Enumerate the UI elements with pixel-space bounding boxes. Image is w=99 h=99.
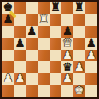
black-pawn[interactable]: ♟ [3,14,13,25]
square-g4[interactable] [73,50,85,62]
black-queen[interactable]: ♛ [62,61,72,72]
square-c1[interactable] [26,85,38,97]
square-d8[interactable] [38,2,50,14]
square-a4[interactable] [2,50,14,62]
square-d6[interactable] [38,26,50,38]
square-d1[interactable] [38,85,50,97]
square-f5[interactable]: ♛ [61,38,73,50]
square-f7[interactable] [61,14,73,26]
square-f8[interactable] [61,2,73,14]
square-h5[interactable]: ♟ [85,38,97,50]
white-pawn[interactable]: ♟ [15,73,25,84]
square-b2[interactable]: ♟ [14,73,26,85]
square-h3[interactable] [85,61,97,73]
square-c8[interactable] [26,2,38,14]
square-a2[interactable]: ♟ [2,73,14,85]
white-pawn[interactable]: ♟ [62,73,72,84]
square-c4[interactable] [26,50,38,62]
square-c2[interactable] [26,73,38,85]
square-b6[interactable] [14,26,26,38]
square-c3[interactable] [26,61,38,73]
square-h2[interactable] [85,73,97,85]
white-pawn[interactable]: ♟ [3,73,13,84]
black-pawn[interactable]: ♟ [15,38,25,49]
square-a1[interactable] [2,85,14,97]
square-h8[interactable] [85,2,97,14]
square-e7[interactable] [50,14,62,26]
square-d2[interactable] [38,73,50,85]
square-f1[interactable] [61,85,73,97]
square-g5[interactable] [73,38,85,50]
black-rook[interactable]: ♜ [50,2,60,13]
black-pawn[interactable]: ♟ [62,26,72,37]
square-e4[interactable] [50,50,62,62]
square-h1[interactable] [85,85,97,97]
square-a6[interactable] [2,26,14,38]
white-pawn[interactable]: ♟ [74,61,84,72]
square-g1[interactable]: ♚ [73,85,85,97]
white-pawn[interactable]: ♟ [86,50,96,61]
white-king[interactable]: ♚ [74,85,84,96]
square-a3[interactable] [2,61,14,73]
white-rook[interactable]: ♜ [38,14,48,25]
square-e1[interactable] [50,85,62,97]
square-g3[interactable]: ♟ [73,61,85,73]
black-pawn[interactable]: ♟ [86,38,96,49]
square-b7[interactable] [14,14,26,26]
square-d5[interactable] [38,38,50,50]
square-g2[interactable] [73,73,85,85]
square-b1[interactable] [14,85,26,97]
black-pawn[interactable]: ♟ [27,26,37,37]
chess-board: ♚♜♜♟♜♟♟♟♛♟♟♟♛♟♟♟♟♚ [2,2,97,97]
square-b4[interactable] [14,50,26,62]
square-d7[interactable]: ♜ [38,14,50,26]
square-e8[interactable]: ♜ [50,2,62,14]
chess-board-frame: ♚♜♜♟♜♟♟♟♛♟♟♟♛♟♟♟♟♚ [0,0,99,99]
square-c7[interactable] [26,14,38,26]
square-d3[interactable] [38,61,50,73]
square-a7[interactable]: ♟ [2,14,14,26]
square-g6[interactable] [73,26,85,38]
square-f3[interactable]: ♛ [61,61,73,73]
square-d4[interactable] [38,50,50,62]
square-a5[interactable] [2,38,14,50]
square-f6[interactable]: ♟ [61,26,73,38]
black-rook[interactable]: ♜ [74,2,84,13]
square-e6[interactable] [50,26,62,38]
square-e3[interactable] [50,61,62,73]
square-g8[interactable]: ♜ [73,2,85,14]
square-a8[interactable]: ♚ [2,2,14,14]
white-pawn[interactable]: ♟ [62,50,72,61]
square-c6[interactable]: ♟ [26,26,38,38]
square-f2[interactable]: ♟ [61,73,73,85]
square-f4[interactable]: ♟ [61,50,73,62]
square-b3[interactable] [14,61,26,73]
square-g7[interactable] [73,14,85,26]
square-b5[interactable]: ♟ [14,38,26,50]
black-king[interactable]: ♚ [3,2,13,13]
square-c5[interactable] [26,38,38,50]
square-e2[interactable] [50,73,62,85]
white-queen[interactable]: ♛ [62,38,72,49]
square-h6[interactable] [85,26,97,38]
square-h7[interactable] [85,14,97,26]
square-h4[interactable]: ♟ [85,50,97,62]
square-e5[interactable] [50,38,62,50]
square-b8[interactable] [14,2,26,14]
